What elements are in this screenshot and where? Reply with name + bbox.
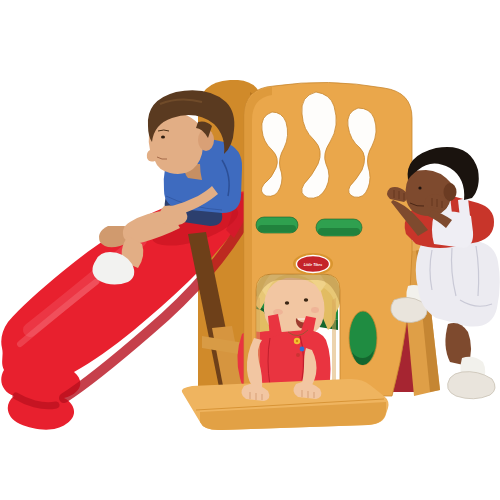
girl-eye-left <box>285 301 289 305</box>
toddler-shoe-right <box>448 372 496 399</box>
playset-illustration: Little Tikes <box>0 0 500 500</box>
grab-handle-left-shade <box>258 225 296 232</box>
porthole-green <box>349 311 377 365</box>
girl-necklace-bead-red <box>296 353 300 357</box>
girl-blush-right <box>311 307 319 313</box>
boy-eye <box>161 135 165 138</box>
toddler-eye <box>418 186 421 189</box>
girl-eye-right <box>304 298 308 302</box>
girl-necklace-flower-center <box>296 340 298 342</box>
little-tikes-logo: Little Tikes <box>294 254 332 274</box>
base-platform <box>182 379 389 430</box>
toddler-strap-right <box>458 198 470 218</box>
girl-necklace-bead-blue <box>300 347 305 352</box>
tunnel-right-wall <box>332 298 336 392</box>
logo-text: Little Tikes <box>304 263 323 267</box>
toddler-ear <box>444 183 457 201</box>
grab-handle-right-shade <box>318 228 360 235</box>
playset-photo: Little Tikes <box>0 0 500 500</box>
